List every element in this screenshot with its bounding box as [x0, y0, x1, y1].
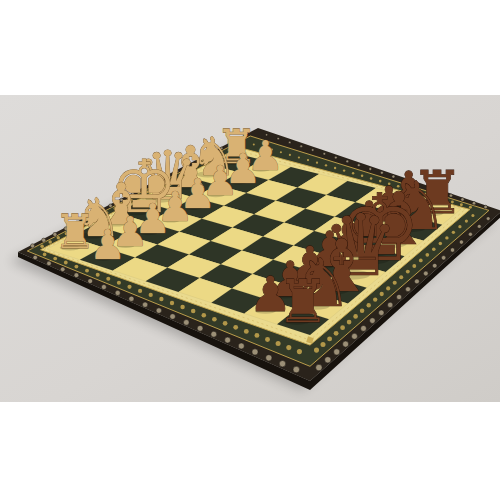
gold-scroll-dot	[343, 169, 345, 171]
gold-scroll-dot	[286, 345, 291, 350]
gold-scroll-dot	[159, 297, 163, 301]
gold-scroll-dot	[316, 162, 318, 164]
gold-scroll-dot	[106, 277, 110, 281]
gold-scroll-dot	[202, 313, 207, 318]
gold-scroll-dot	[191, 309, 196, 314]
edge-stud	[197, 325, 203, 331]
edge-stud	[300, 145, 303, 148]
gold-scroll-dot	[43, 253, 47, 257]
gold-scroll-dot	[314, 348, 319, 353]
gold-scroll-dot	[244, 329, 249, 334]
edge-stud	[361, 326, 367, 332]
gold-scroll-dot	[298, 156, 300, 158]
edge-stud	[115, 290, 120, 295]
edge-stud	[343, 341, 349, 347]
gold-scroll-dot	[353, 314, 358, 319]
edge-stud	[357, 164, 360, 167]
gold-scroll-dot	[127, 285, 131, 289]
edge-stud	[486, 217, 490, 221]
gold-scroll-dot	[360, 309, 365, 314]
gold-scroll-dot	[307, 159, 309, 161]
gold-scroll-dot	[212, 317, 217, 322]
gold-scroll-dot	[469, 206, 472, 209]
gold-scroll-dot	[64, 261, 68, 265]
edge-stud	[441, 256, 446, 261]
edge-stud	[423, 271, 428, 276]
edge-stud	[170, 314, 176, 320]
gold-scroll-dot	[138, 289, 142, 293]
edge-stud	[323, 152, 326, 155]
edge-stud	[225, 337, 231, 343]
gold-scroll-dot	[149, 293, 153, 297]
edge-stud	[60, 267, 65, 272]
edge-stud	[325, 357, 331, 363]
edge-stud	[468, 232, 472, 236]
gold-scroll-dot	[254, 333, 259, 338]
gold-scroll-dot	[325, 164, 327, 166]
edge-stud	[477, 224, 481, 228]
gold-scroll-dot	[297, 349, 302, 354]
edge-stud	[47, 261, 52, 266]
edge-stud	[379, 310, 384, 315]
edge-stud	[101, 284, 106, 289]
edge-stud	[346, 160, 349, 163]
edge-stud	[334, 349, 340, 355]
chess-board-scene: ♜♟♞♟♝♟♛♟♟♚♜♟♟♝♞♟♞♟♝♟♜♟♟♚♟♛♟♝♟♞♟♜	[0, 0, 500, 500]
edge-stud	[316, 364, 322, 370]
edge-stud	[288, 141, 290, 143]
edge-stud	[252, 349, 258, 355]
chess-set-product-photo: ♜♟♞♟♝♟♛♟♟♚♜♟♟♝♞♟♞♟♝♟♜♟♟♚♟♛♟♝♟♞♟♜	[0, 0, 500, 500]
gold-scroll-dot	[74, 265, 78, 269]
edge-stud	[238, 343, 244, 349]
edge-stud	[279, 361, 285, 367]
gold-scroll-dot	[48, 240, 51, 243]
edge-stud	[88, 279, 93, 284]
gold-scroll-dot	[117, 281, 121, 285]
gold-scroll-dot	[320, 342, 325, 347]
edge-stud	[74, 273, 79, 278]
edge-stud	[211, 331, 217, 337]
edge-stud	[42, 238, 46, 242]
gold-scroll-dot	[289, 154, 291, 156]
edge-stud	[334, 156, 337, 159]
piece-black-rook-h8: ♜	[277, 267, 330, 336]
edge-stud	[129, 296, 134, 301]
edge-stud	[484, 205, 488, 209]
gold-scroll-dot	[265, 337, 270, 342]
gold-scroll-dot	[223, 321, 228, 326]
edge-stud	[266, 355, 272, 361]
edge-stud	[183, 320, 189, 326]
edge-stud	[369, 168, 372, 171]
gold-scroll-dot	[465, 220, 468, 223]
gold-scroll-dot	[180, 305, 184, 309]
edge-stud	[432, 263, 437, 268]
gold-scroll-dot	[340, 325, 345, 330]
edge-stud	[370, 318, 376, 324]
edge-stud	[293, 366, 300, 373]
gold-scroll-dot	[327, 336, 332, 341]
edge-stud	[388, 302, 393, 307]
edge-stud	[33, 255, 38, 260]
gold-scroll-dot	[334, 331, 339, 336]
gold-scroll-dot	[276, 341, 281, 346]
edge-stud	[142, 302, 147, 307]
gold-scroll-dot	[40, 244, 44, 248]
edge-stud	[472, 201, 476, 205]
gold-scroll-dot	[432, 247, 436, 251]
gold-scroll-dot	[471, 214, 474, 217]
gold-scroll-dot	[96, 273, 100, 277]
piece-white-pawn-h2: ♟	[89, 221, 126, 269]
gold-scroll-dot	[85, 269, 89, 273]
gold-scroll-dot	[170, 301, 174, 305]
edge-stud	[459, 240, 463, 244]
edge-stud	[156, 308, 161, 313]
edge-stud	[450, 248, 454, 252]
edge-stud	[311, 149, 314, 152]
edge-stud	[352, 333, 358, 339]
gold-scroll-dot	[233, 325, 238, 330]
edge-stud	[405, 287, 410, 292]
gold-scroll-dot	[452, 231, 455, 234]
gold-scroll-dot	[334, 167, 336, 169]
edge-stud	[30, 244, 34, 248]
